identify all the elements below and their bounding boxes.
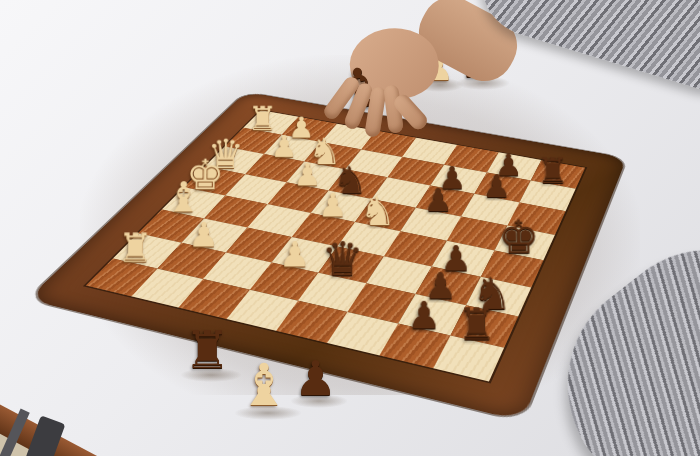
black-rook-h2: ♜ xyxy=(449,302,505,346)
white-rook-a2: ♜ xyxy=(110,228,161,268)
square-a1 xyxy=(86,258,157,296)
black-rook-h8: ♜ xyxy=(530,153,576,189)
square-c2 xyxy=(203,252,271,289)
black-pawn-g2: ♟ xyxy=(397,296,452,334)
square-h8: ♜ xyxy=(531,160,585,189)
square-d1 xyxy=(227,290,298,331)
captured-black-pawn-2: ♟ xyxy=(294,354,337,402)
captured-white-bishop: ♝ xyxy=(238,356,290,414)
black-pawn-g7: ♟ xyxy=(473,170,520,202)
black-pawn-f6: ♟ xyxy=(414,184,462,216)
square-e5: ♞ xyxy=(355,199,416,231)
white-pawn-b3: ♟ xyxy=(179,218,229,252)
white-pawn-d5: ♟ xyxy=(309,189,357,222)
captured-black-rook: ♜ xyxy=(184,324,231,376)
white-pawn-d3: ♟ xyxy=(269,237,320,272)
black-king-h5: ♚ xyxy=(494,214,545,260)
white-bishop-a4: ♝ xyxy=(160,177,208,218)
white-knight-e5: ♞ xyxy=(354,191,402,231)
black-queen-e3: ♛ xyxy=(317,236,369,283)
photo-scene: ♜♟♟♜♟♞♟♟♛♟♞♟♚♟♞♚♝♟♟♟♛♟♞♜♟♜ ♟♟♜♝♟ ♝ xyxy=(0,0,700,456)
